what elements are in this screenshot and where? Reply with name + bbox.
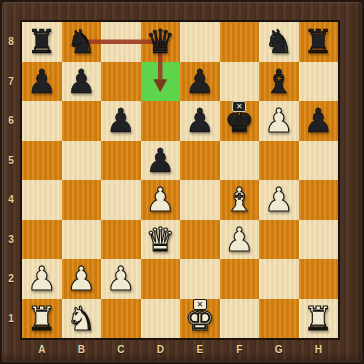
piece-black-pawn[interactable]: ♟ [299, 101, 339, 141]
piece-white-knight[interactable]: ♞ [62, 299, 102, 339]
rank-label-8: 8 [0, 22, 22, 62]
square-e8[interactable] [180, 22, 220, 62]
square-f3[interactable]: ♟ [220, 220, 260, 260]
file-labels: ABCDEFGH [22, 338, 338, 360]
square-f8[interactable] [220, 22, 260, 62]
square-e2[interactable] [180, 259, 220, 299]
square-b3[interactable] [62, 220, 102, 260]
square-b4[interactable] [62, 180, 102, 220]
square-a7[interactable]: ♟ [22, 62, 62, 102]
piece-white-pawn[interactable]: ♟ [22, 259, 62, 299]
file-label-f: F [220, 338, 260, 360]
square-f7[interactable] [220, 62, 260, 102]
square-e4[interactable] [180, 180, 220, 220]
rank-label-6: 6 [0, 101, 22, 141]
square-d7[interactable] [141, 62, 181, 102]
square-g5[interactable] [259, 141, 299, 181]
square-e7[interactable]: ♟ [180, 62, 220, 102]
square-h5[interactable] [299, 141, 339, 181]
piece-black-pawn[interactable]: ♟ [180, 62, 220, 102]
square-d6[interactable] [141, 101, 181, 141]
square-b6[interactable] [62, 101, 102, 141]
piece-white-pawn[interactable]: ♟ [259, 180, 299, 220]
chess-board: ♜♞♛♞♜♟♟♟♝♟♟♚✕♟♟♟♟♝♟♛♟♟♟♟♜♞♚✕♜ [22, 22, 338, 338]
square-h2[interactable] [299, 259, 339, 299]
square-h8[interactable]: ♜ [299, 22, 339, 62]
square-c4[interactable] [101, 180, 141, 220]
piece-black-knight[interactable]: ♞ [62, 22, 102, 62]
square-d1[interactable] [141, 299, 181, 339]
square-g6[interactable]: ♟ [259, 101, 299, 141]
king-x-marker: ✕ [193, 299, 207, 310]
square-b8[interactable]: ♞ [62, 22, 102, 62]
square-h1[interactable]: ♜ [299, 299, 339, 339]
square-c6[interactable]: ♟ [101, 101, 141, 141]
file-label-d: D [141, 338, 181, 360]
file-label-c: C [101, 338, 141, 360]
square-h6[interactable]: ♟ [299, 101, 339, 141]
rank-label-4: 4 [0, 180, 22, 220]
piece-black-rook[interactable]: ♜ [299, 22, 339, 62]
rank-label-3: 3 [0, 220, 22, 260]
square-g8[interactable]: ♞ [259, 22, 299, 62]
square-d4[interactable]: ♟ [141, 180, 181, 220]
square-f2[interactable] [220, 259, 260, 299]
square-f4[interactable]: ♝ [220, 180, 260, 220]
square-h3[interactable] [299, 220, 339, 260]
square-b7[interactable]: ♟ [62, 62, 102, 102]
piece-black-bishop[interactable]: ♝ [259, 62, 299, 102]
file-label-h: H [299, 338, 339, 360]
piece-black-queen[interactable]: ♛ [141, 22, 181, 62]
piece-white-pawn[interactable]: ♟ [101, 259, 141, 299]
square-h4[interactable] [299, 180, 339, 220]
piece-black-pawn[interactable]: ♟ [141, 141, 181, 181]
square-a4[interactable] [22, 180, 62, 220]
rank-label-1: 1 [0, 299, 22, 339]
square-a5[interactable] [22, 141, 62, 181]
piece-black-pawn[interactable]: ♟ [101, 101, 141, 141]
square-b2[interactable]: ♟ [62, 259, 102, 299]
square-d5[interactable]: ♟ [141, 141, 181, 181]
square-a6[interactable] [22, 101, 62, 141]
rank-label-5: 5 [0, 141, 22, 181]
square-g3[interactable] [259, 220, 299, 260]
square-d2[interactable] [141, 259, 181, 299]
square-e3[interactable] [180, 220, 220, 260]
square-e5[interactable] [180, 141, 220, 181]
square-c5[interactable] [101, 141, 141, 181]
square-c3[interactable] [101, 220, 141, 260]
king-x-marker: ✕ [232, 101, 246, 112]
board-squares: ♜♞♛♞♜♟♟♟♝♟♟♚✕♟♟♟♟♝♟♛♟♟♟♟♜♞♚✕♜ [22, 22, 338, 338]
square-b1[interactable]: ♞ [62, 299, 102, 339]
square-g7[interactable]: ♝ [259, 62, 299, 102]
piece-white-pawn[interactable]: ♟ [220, 220, 260, 260]
square-g2[interactable] [259, 259, 299, 299]
piece-black-rook[interactable]: ♜ [22, 22, 62, 62]
rank-label-7: 7 [0, 62, 22, 102]
square-a3[interactable] [22, 220, 62, 260]
square-b5[interactable] [62, 141, 102, 181]
square-a2[interactable]: ♟ [22, 259, 62, 299]
file-label-a: A [22, 338, 62, 360]
square-g1[interactable] [259, 299, 299, 339]
piece-white-pawn[interactable]: ♟ [259, 101, 299, 141]
piece-black-pawn[interactable]: ♟ [22, 62, 62, 102]
square-a1[interactable]: ♜ [22, 299, 62, 339]
square-d8[interactable]: ♛ [141, 22, 181, 62]
piece-black-pawn[interactable]: ♟ [180, 101, 220, 141]
square-d3[interactable]: ♛ [141, 220, 181, 260]
square-e6[interactable]: ♟ [180, 101, 220, 141]
piece-black-knight[interactable]: ♞ [259, 22, 299, 62]
file-label-g: G [259, 338, 299, 360]
rank-label-2: 2 [0, 259, 22, 299]
piece-black-pawn[interactable]: ♟ [62, 62, 102, 102]
piece-white-pawn[interactable]: ♟ [141, 180, 181, 220]
piece-white-queen[interactable]: ♛ [141, 220, 181, 260]
chess-board-window: 87654321 ABCDEFGH ♜♞♛♞♜♟♟♟♝♟♟♚✕♟♟♟♟♝♟♛♟♟… [0, 0, 364, 364]
piece-white-bishop[interactable]: ♝ [220, 180, 260, 220]
square-g4[interactable]: ♟ [259, 180, 299, 220]
piece-white-rook[interactable]: ♜ [22, 299, 62, 339]
file-label-e: E [180, 338, 220, 360]
piece-white-rook[interactable]: ♜ [299, 299, 339, 339]
square-c7[interactable] [101, 62, 141, 102]
square-c8[interactable] [101, 22, 141, 62]
square-c2[interactable]: ♟ [101, 259, 141, 299]
file-label-b: B [62, 338, 102, 360]
piece-white-pawn[interactable]: ♟ [62, 259, 102, 299]
square-f1[interactable] [220, 299, 260, 339]
square-f5[interactable] [220, 141, 260, 181]
square-a8[interactable]: ♜ [22, 22, 62, 62]
square-h7[interactable] [299, 62, 339, 102]
square-e1[interactable]: ♚✕ [180, 299, 220, 339]
square-f6[interactable]: ♚✕ [220, 101, 260, 141]
rank-labels: 87654321 [0, 22, 22, 338]
square-c1[interactable] [101, 299, 141, 339]
